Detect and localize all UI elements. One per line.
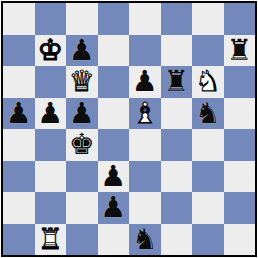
square-c4[interactable]: ♚ — [66, 129, 98, 161]
square-f6[interactable]: ♜ — [161, 66, 193, 98]
square-a1[interactable] — [3, 224, 35, 256]
piece-black-pawn: ♟ — [35, 98, 67, 130]
square-h3[interactable] — [224, 161, 256, 193]
square-h1[interactable] — [224, 224, 256, 256]
piece-black-pawn: ♟ — [66, 98, 98, 130]
square-f1[interactable] — [161, 224, 193, 256]
square-c2[interactable] — [66, 192, 98, 224]
piece-black-pawn: ♟ — [66, 35, 98, 67]
square-h6[interactable] — [224, 66, 256, 98]
square-c7[interactable]: ♟ — [66, 35, 98, 67]
piece-black-knight: ♞ — [192, 98, 224, 130]
square-g3[interactable] — [192, 161, 224, 193]
square-d7[interactable] — [98, 35, 130, 67]
square-c8[interactable] — [66, 3, 98, 35]
square-f5[interactable] — [161, 98, 193, 130]
square-e1[interactable]: ♞ — [129, 224, 161, 256]
piece-black-pawn: ♟ — [98, 192, 130, 224]
square-b1[interactable]: ♜♖ — [35, 224, 67, 256]
piece-black-pawn: ♟ — [98, 161, 130, 193]
square-a8[interactable] — [3, 3, 35, 35]
square-g8[interactable] — [192, 3, 224, 35]
square-d2[interactable]: ♟ — [98, 192, 130, 224]
piece-black-pawn: ♟ — [3, 98, 35, 130]
piece-white-knight: ♞♘ — [192, 66, 224, 98]
square-b7[interactable]: ♚♔ — [35, 35, 67, 67]
square-d4[interactable] — [98, 129, 130, 161]
square-f4[interactable] — [161, 129, 193, 161]
square-a6[interactable] — [3, 66, 35, 98]
chess-board: ♚♔♟♜♛♕♟♜♞♘♟♟♟♝♗♞♚♟♟♜♖♞ — [1, 1, 257, 257]
piece-black-king: ♚ — [66, 129, 98, 161]
square-c1[interactable] — [66, 224, 98, 256]
square-b8[interactable] — [35, 3, 67, 35]
square-e2[interactable] — [129, 192, 161, 224]
piece-white-queen: ♛♕ — [66, 66, 98, 98]
square-b6[interactable] — [35, 66, 67, 98]
piece-black-pawn: ♟ — [129, 66, 161, 98]
square-e8[interactable] — [129, 3, 161, 35]
square-b4[interactable] — [35, 129, 67, 161]
square-c3[interactable] — [66, 161, 98, 193]
square-a7[interactable] — [3, 35, 35, 67]
square-h2[interactable] — [224, 192, 256, 224]
square-g6[interactable]: ♞♘ — [192, 66, 224, 98]
square-g2[interactable] — [192, 192, 224, 224]
square-c5[interactable]: ♟ — [66, 98, 98, 130]
square-h7[interactable]: ♜ — [224, 35, 256, 67]
square-e6[interactable]: ♟ — [129, 66, 161, 98]
square-c6[interactable]: ♛♕ — [66, 66, 98, 98]
square-g7[interactable] — [192, 35, 224, 67]
square-h8[interactable] — [224, 3, 256, 35]
square-e7[interactable] — [129, 35, 161, 67]
square-b3[interactable] — [35, 161, 67, 193]
piece-black-rook: ♜ — [224, 35, 256, 67]
square-d8[interactable] — [98, 3, 130, 35]
square-a2[interactable] — [3, 192, 35, 224]
piece-white-king: ♚♔ — [35, 35, 67, 67]
piece-white-rook: ♜♖ — [35, 224, 67, 256]
piece-black-knight: ♞ — [129, 224, 161, 256]
square-b5[interactable]: ♟ — [35, 98, 67, 130]
square-f3[interactable] — [161, 161, 193, 193]
square-g1[interactable] — [192, 224, 224, 256]
square-f2[interactable] — [161, 192, 193, 224]
square-a3[interactable] — [3, 161, 35, 193]
square-e3[interactable] — [129, 161, 161, 193]
square-d6[interactable] — [98, 66, 130, 98]
square-a4[interactable] — [3, 129, 35, 161]
square-h4[interactable] — [224, 129, 256, 161]
piece-black-rook: ♜ — [161, 66, 193, 98]
square-a5[interactable]: ♟ — [3, 98, 35, 130]
square-g4[interactable] — [192, 129, 224, 161]
square-e4[interactable] — [129, 129, 161, 161]
square-e5[interactable]: ♝♗ — [129, 98, 161, 130]
piece-white-bishop: ♝♗ — [129, 98, 161, 130]
square-b2[interactable] — [35, 192, 67, 224]
square-d1[interactable] — [98, 224, 130, 256]
square-f7[interactable] — [161, 35, 193, 67]
square-d3[interactable]: ♟ — [98, 161, 130, 193]
square-d5[interactable] — [98, 98, 130, 130]
square-g5[interactable]: ♞ — [192, 98, 224, 130]
square-h5[interactable] — [224, 98, 256, 130]
square-f8[interactable] — [161, 3, 193, 35]
